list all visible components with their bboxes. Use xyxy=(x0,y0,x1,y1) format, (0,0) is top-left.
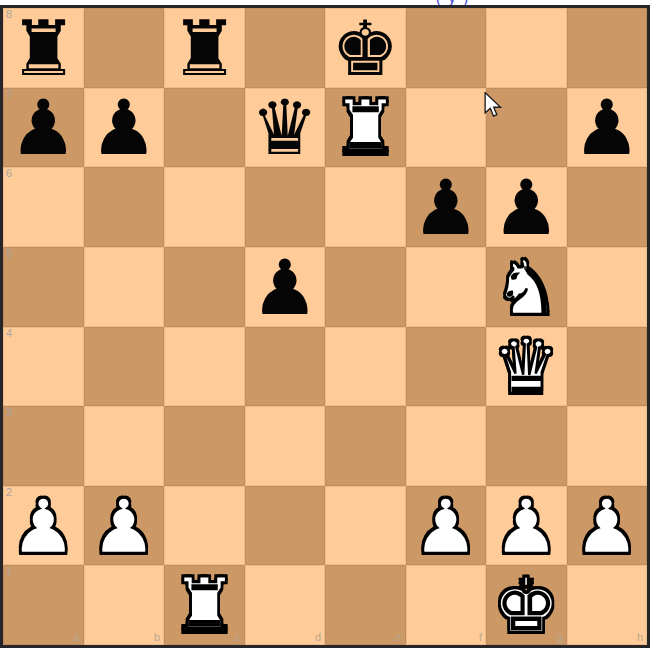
square-e7[interactable]: ♜ xyxy=(325,88,406,168)
rank-label-3: 3 xyxy=(6,407,12,418)
square-e2[interactable] xyxy=(325,486,406,566)
square-g8[interactable] xyxy=(486,8,567,88)
square-g1[interactable]: g♚ xyxy=(486,565,567,645)
piece-black-pawn-a7[interactable]: ♟ xyxy=(3,88,84,168)
square-c6[interactable] xyxy=(164,167,245,247)
piece-white-pawn-b2[interactable]: ♟ xyxy=(84,486,165,566)
file-label-f: f xyxy=(479,632,482,643)
square-g6[interactable]: ♟ xyxy=(486,167,567,247)
square-h6[interactable] xyxy=(567,167,648,247)
piece-black-rook-a8[interactable]: ♜ xyxy=(3,8,84,88)
square-e4[interactable] xyxy=(325,327,406,407)
square-f3[interactable] xyxy=(406,406,487,486)
square-h3[interactable] xyxy=(567,406,648,486)
piece-white-queen-g4[interactable]: ♛ xyxy=(486,327,567,407)
square-d4[interactable] xyxy=(245,327,326,407)
square-a1[interactable]: 1a xyxy=(3,565,84,645)
square-a5[interactable]: 5 xyxy=(3,247,84,327)
piece-white-pawn-a2[interactable]: ♟ xyxy=(3,486,84,566)
square-d1[interactable]: d xyxy=(245,565,326,645)
square-e1[interactable]: e xyxy=(325,565,406,645)
square-f5[interactable] xyxy=(406,247,487,327)
square-c4[interactable] xyxy=(164,327,245,407)
piece-black-pawn-g6[interactable]: ♟ xyxy=(486,167,567,247)
square-g3[interactable] xyxy=(486,406,567,486)
square-c1[interactable]: c♜ xyxy=(164,565,245,645)
square-b3[interactable] xyxy=(84,406,165,486)
file-label-h: h xyxy=(637,632,643,643)
square-b2[interactable]: ♟ xyxy=(84,486,165,566)
rank-label-4: 4 xyxy=(6,328,12,339)
square-f8[interactable] xyxy=(406,8,487,88)
square-d2[interactable] xyxy=(245,486,326,566)
square-e6[interactable] xyxy=(325,167,406,247)
square-b7[interactable]: ♟ xyxy=(84,88,165,168)
square-f6[interactable]: ♟ xyxy=(406,167,487,247)
piece-white-rook-e7[interactable]: ♜ xyxy=(325,88,406,168)
rank-label-6: 6 xyxy=(6,168,12,179)
file-label-e: e xyxy=(395,632,401,643)
square-a4[interactable]: 4 xyxy=(3,327,84,407)
piece-black-pawn-b7[interactable]: ♟ xyxy=(84,88,165,168)
piece-white-pawn-g2[interactable]: ♟ xyxy=(486,486,567,566)
square-h4[interactable] xyxy=(567,327,648,407)
square-h7[interactable]: ♟ xyxy=(567,88,648,168)
rank-label-1: 1 xyxy=(6,566,12,577)
square-g5[interactable]: ♞ xyxy=(486,247,567,327)
square-h8[interactable] xyxy=(567,8,648,88)
square-f2[interactable]: ♟ xyxy=(406,486,487,566)
piece-black-pawn-f6[interactable]: ♟ xyxy=(406,167,487,247)
piece-white-pawn-h2[interactable]: ♟ xyxy=(567,486,648,566)
square-f4[interactable] xyxy=(406,327,487,407)
square-e3[interactable] xyxy=(325,406,406,486)
chess-board-page: ( y ) 8♜♜♚7♟♟♛♜♟6♟♟5♟♞4♛32♟♟♟♟♟1abc♜defg… xyxy=(0,0,650,648)
square-g4[interactable]: ♛ xyxy=(486,327,567,407)
chess-board: 8♜♜♚7♟♟♛♜♟6♟♟5♟♞4♛32♟♟♟♟♟1abc♜defg♚h xyxy=(3,8,647,645)
square-b1[interactable]: b xyxy=(84,565,165,645)
square-a7[interactable]: 7♟ xyxy=(3,88,84,168)
piece-black-pawn-d5[interactable]: ♟ xyxy=(245,247,326,327)
square-b8[interactable] xyxy=(84,8,165,88)
square-e5[interactable] xyxy=(325,247,406,327)
file-label-d: d xyxy=(315,632,321,643)
square-b6[interactable] xyxy=(84,167,165,247)
square-d5[interactable]: ♟ xyxy=(245,247,326,327)
square-g2[interactable]: ♟ xyxy=(486,486,567,566)
square-d6[interactable] xyxy=(245,167,326,247)
chess-board-frame: 8♜♜♚7♟♟♛♜♟6♟♟5♟♞4♛32♟♟♟♟♟1abc♜defg♚h xyxy=(0,5,650,648)
square-b5[interactable] xyxy=(84,247,165,327)
square-h2[interactable]: ♟ xyxy=(567,486,648,566)
square-b4[interactable] xyxy=(84,327,165,407)
piece-white-rook-c1[interactable]: ♜ xyxy=(164,565,245,645)
square-d8[interactable] xyxy=(245,8,326,88)
square-a8[interactable]: 8♜ xyxy=(3,8,84,88)
piece-white-pawn-f2[interactable]: ♟ xyxy=(406,486,487,566)
piece-white-king-g1[interactable]: ♚ xyxy=(486,565,567,645)
square-c3[interactable] xyxy=(164,406,245,486)
square-a2[interactable]: 2♟ xyxy=(3,486,84,566)
square-h1[interactable]: h xyxy=(567,565,648,645)
piece-white-knight-g5[interactable]: ♞ xyxy=(486,247,567,327)
square-c5[interactable] xyxy=(164,247,245,327)
square-f1[interactable]: f xyxy=(406,565,487,645)
piece-black-king-e8[interactable]: ♚ xyxy=(325,8,406,88)
square-e8[interactable]: ♚ xyxy=(325,8,406,88)
square-a3[interactable]: 3 xyxy=(3,406,84,486)
square-c2[interactable] xyxy=(164,486,245,566)
square-d7[interactable]: ♛ xyxy=(245,88,326,168)
square-g7[interactable] xyxy=(486,88,567,168)
square-c8[interactable]: ♜ xyxy=(164,8,245,88)
piece-black-rook-c8[interactable]: ♜ xyxy=(164,8,245,88)
rank-label-5: 5 xyxy=(6,248,12,259)
clipped-top-link-text[interactable]: ( y ) xyxy=(436,0,470,5)
file-label-a: a xyxy=(73,632,79,643)
square-h5[interactable] xyxy=(567,247,648,327)
square-d3[interactable] xyxy=(245,406,326,486)
clipped-text-strip: ( y ) xyxy=(0,0,650,5)
file-label-b: b xyxy=(154,632,160,643)
square-f7[interactable] xyxy=(406,88,487,168)
piece-black-pawn-h7[interactable]: ♟ xyxy=(567,88,648,168)
square-a6[interactable]: 6 xyxy=(3,167,84,247)
square-c7[interactable] xyxy=(164,88,245,168)
piece-black-queen-d7[interactable]: ♛ xyxy=(245,88,326,168)
